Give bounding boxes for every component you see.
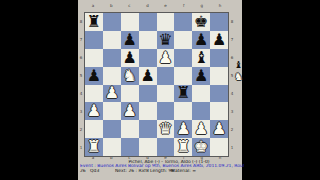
piece-black-bishop: ♝ xyxy=(194,50,208,66)
square-c1[interactable] xyxy=(121,138,139,156)
square-g5[interactable]: ♟ xyxy=(192,67,210,85)
square-g2[interactable]: ♟ xyxy=(192,120,210,138)
square-d3[interactable] xyxy=(139,102,157,120)
letterbox-left xyxy=(0,0,78,180)
file-label-a: a xyxy=(84,3,102,8)
square-d8[interactable] xyxy=(139,13,157,31)
file-label-d: d xyxy=(138,3,156,8)
square-h5[interactable] xyxy=(210,67,228,85)
status-line: 26 Qd3 Next: 26 : Rxf8 Length: 96 Materi… xyxy=(78,169,242,174)
piece-black-pawn: ♟ xyxy=(194,68,208,84)
piece-black-pawn: ♟ xyxy=(212,32,226,48)
rank-label-3: 3 xyxy=(230,103,234,121)
piece-white-rook: ♜ xyxy=(87,139,101,155)
rank-label-1: 1 xyxy=(230,139,234,157)
square-a5[interactable]: ♟ xyxy=(85,67,103,85)
square-c3[interactable]: ♟ xyxy=(121,102,139,120)
square-c8[interactable] xyxy=(121,13,139,31)
piece-white-pawn: ♟ xyxy=(212,121,226,137)
square-e2[interactable]: ♛ xyxy=(157,120,175,138)
square-a3[interactable]: ♟ xyxy=(85,102,103,120)
piece-black-pawn: ♟ xyxy=(123,50,137,66)
square-g7[interactable]: ♟ xyxy=(192,31,210,49)
piece-white-queen: ♛ xyxy=(158,121,172,137)
square-f7[interactable] xyxy=(174,31,192,49)
square-h6[interactable] xyxy=(210,49,228,67)
square-a6[interactable] xyxy=(85,49,103,67)
rank-label-7: 7 xyxy=(230,30,234,48)
square-h7[interactable]: ♟ xyxy=(210,31,228,49)
square-d4[interactable] xyxy=(139,85,157,103)
piece-white-pawn: ♟ xyxy=(194,121,208,137)
square-f6[interactable] xyxy=(174,49,192,67)
square-b5[interactable] xyxy=(103,67,121,85)
square-b2[interactable] xyxy=(103,120,121,138)
piece-white-pawn: ♟ xyxy=(87,103,101,119)
piece-white-pawn: ♟ xyxy=(105,85,119,101)
square-f8[interactable] xyxy=(174,13,192,31)
piece-black-pawn: ♟ xyxy=(140,68,154,84)
white-knight-icon: ♞ xyxy=(234,72,243,82)
square-d7[interactable] xyxy=(139,31,157,49)
piece-white-rook: ♜ xyxy=(176,139,190,155)
rank-label-2: 2 xyxy=(79,121,83,139)
square-a4[interactable] xyxy=(85,85,103,103)
square-c2[interactable] xyxy=(121,120,139,138)
piece-black-rook: ♜ xyxy=(176,85,190,101)
file-label-c: c xyxy=(120,3,138,8)
square-b4[interactable]: ♟ xyxy=(103,85,121,103)
black-bishop-icon: ♝ xyxy=(234,60,243,70)
square-h4[interactable] xyxy=(210,85,228,103)
piece-black-pawn: ♟ xyxy=(194,32,208,48)
square-d2[interactable] xyxy=(139,120,157,138)
piece-white-pawn: ♟ xyxy=(176,121,190,137)
square-b3[interactable] xyxy=(103,102,121,120)
piece-black-rook: ♜ xyxy=(87,14,101,30)
square-a8[interactable]: ♜ xyxy=(85,13,103,31)
square-f5[interactable] xyxy=(174,67,192,85)
square-f2[interactable]: ♟ xyxy=(174,120,192,138)
square-e8[interactable] xyxy=(157,13,175,31)
file-label-h: h xyxy=(211,3,229,8)
file-label-g: g xyxy=(193,3,211,8)
rank-label-5: 5 xyxy=(79,66,83,84)
material-tray: ♝ ♞ xyxy=(234,60,243,94)
square-g8[interactable]: ♚ xyxy=(192,13,210,31)
square-b8[interactable] xyxy=(103,13,121,31)
board: ♜♚♟♛♟♟♟♟♝♟♞♟♟♟♜♟♟♛♟♟♟♜♜♚ xyxy=(84,12,229,157)
square-c5[interactable]: ♞ xyxy=(121,67,139,85)
current-move: Qd3 xyxy=(90,169,99,174)
square-e3[interactable] xyxy=(157,102,175,120)
piece-white-pawn: ♟ xyxy=(158,50,172,66)
square-h1[interactable] xyxy=(210,138,228,156)
square-g3[interactable] xyxy=(192,102,210,120)
square-g1[interactable]: ♚ xyxy=(192,138,210,156)
piece-white-king: ♚ xyxy=(194,139,208,155)
square-g6[interactable]: ♝ xyxy=(192,49,210,67)
rank-label-8: 8 xyxy=(230,12,234,30)
video-frame: abcdefgh abcdefgh 87654321 87654321 ♜♚♟♛… xyxy=(0,0,320,180)
rank-label-8: 8 xyxy=(79,12,83,30)
piece-white-knight: ♞ xyxy=(123,68,137,84)
piece-black-pawn: ♟ xyxy=(123,32,137,48)
square-h2[interactable]: ♟ xyxy=(210,120,228,138)
square-d1[interactable] xyxy=(139,138,157,156)
piece-black-queen: ♛ xyxy=(158,32,172,48)
letterbox-right xyxy=(242,0,320,180)
rank-labels-left: 87654321 xyxy=(79,12,83,157)
material-balance: Material: = xyxy=(171,169,196,174)
piece-black-king: ♚ xyxy=(194,14,208,30)
rank-label-2: 2 xyxy=(230,121,234,139)
square-d5[interactable]: ♟ xyxy=(139,67,157,85)
square-e4[interactable] xyxy=(157,85,175,103)
square-b7[interactable] xyxy=(103,31,121,49)
file-label-f: f xyxy=(175,3,193,8)
square-h8[interactable] xyxy=(210,13,228,31)
square-e6[interactable]: ♟ xyxy=(157,49,175,67)
rank-label-1: 1 xyxy=(79,139,83,157)
square-e7[interactable]: ♛ xyxy=(157,31,175,49)
rank-label-4: 4 xyxy=(79,85,83,103)
square-e5[interactable] xyxy=(157,67,175,85)
rank-label-7: 7 xyxy=(79,30,83,48)
square-a7[interactable] xyxy=(85,31,103,49)
rank-label-3: 3 xyxy=(79,103,83,121)
square-f4[interactable]: ♜ xyxy=(174,85,192,103)
square-a1[interactable]: ♜ xyxy=(85,138,103,156)
square-f3[interactable] xyxy=(174,102,192,120)
square-b6[interactable] xyxy=(103,49,121,67)
square-h3[interactable] xyxy=(210,102,228,120)
square-c6[interactable]: ♟ xyxy=(121,49,139,67)
file-label-b: b xyxy=(102,3,120,8)
file-labels-top: abcdefgh xyxy=(84,3,229,8)
chess-app-area: abcdefgh abcdefgh 87654321 87654321 ♜♚♟♛… xyxy=(78,0,242,180)
square-c7[interactable]: ♟ xyxy=(121,31,139,49)
square-e1[interactable] xyxy=(157,138,175,156)
square-g4[interactable] xyxy=(192,85,210,103)
piece-black-pawn: ♟ xyxy=(87,68,101,84)
piece-white-pawn: ♟ xyxy=(123,103,137,119)
rank-label-6: 6 xyxy=(79,48,83,66)
file-label-e: e xyxy=(157,3,175,8)
next-move: Next: 26 : Rxf8 xyxy=(115,169,149,174)
square-c4[interactable] xyxy=(121,85,139,103)
square-d6[interactable] xyxy=(139,49,157,67)
square-a2[interactable] xyxy=(85,120,103,138)
square-b1[interactable] xyxy=(103,138,121,156)
square-f1[interactable]: ♜ xyxy=(174,138,192,156)
move-number: 26 xyxy=(80,169,86,174)
